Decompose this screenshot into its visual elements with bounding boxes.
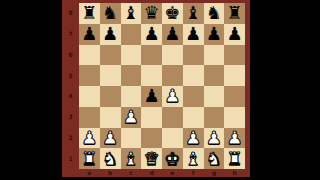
chess-diagram: 87654321 ♜♞♝♛♚♝♞♜♟♟♟♟♟♟♟♟♟♟♟♟♟♟♟♜♞♝♛♚♝♞♜… bbox=[0, 0, 320, 180]
square-b3[interactable] bbox=[100, 107, 121, 128]
piece-white-knight-g1[interactable]: ♞ bbox=[206, 150, 222, 168]
piece-black-pawn-a7[interactable]: ♟ bbox=[81, 25, 97, 43]
square-a6[interactable] bbox=[79, 45, 100, 66]
square-c8[interactable]: ♝ bbox=[121, 3, 142, 24]
square-a5[interactable] bbox=[79, 65, 100, 86]
square-d1[interactable]: ♛ bbox=[141, 148, 162, 169]
board-frame: 87654321 ♜♞♝♛♚♝♞♜♟♟♟♟♟♟♟♟♟♟♟♟♟♟♟♜♞♝♛♚♝♞♜… bbox=[62, 0, 250, 177]
square-a1[interactable]: ♜ bbox=[79, 148, 100, 169]
rank-label-3: 3 bbox=[62, 107, 79, 128]
square-c7[interactable] bbox=[121, 24, 142, 45]
square-g8[interactable]: ♞ bbox=[204, 3, 225, 24]
piece-black-pawn-b7[interactable]: ♟ bbox=[102, 25, 118, 43]
square-h3[interactable] bbox=[224, 107, 245, 128]
piece-black-knight-g8[interactable]: ♞ bbox=[206, 4, 222, 22]
piece-black-pawn-f7[interactable]: ♟ bbox=[185, 25, 201, 43]
piece-white-rook-a1[interactable]: ♜ bbox=[81, 150, 97, 168]
rank-label-1: 1 bbox=[62, 148, 79, 169]
piece-black-king-e8[interactable]: ♚ bbox=[164, 4, 180, 22]
piece-white-pawn-h2[interactable]: ♟ bbox=[227, 129, 243, 147]
square-c2[interactable] bbox=[121, 128, 142, 149]
chess-board: ♜♞♝♛♚♝♞♜♟♟♟♟♟♟♟♟♟♟♟♟♟♟♟♜♞♝♛♚♝♞♜ bbox=[79, 3, 245, 169]
square-a8[interactable]: ♜ bbox=[79, 3, 100, 24]
rank-label-8: 8 bbox=[62, 3, 79, 24]
square-h5[interactable] bbox=[224, 65, 245, 86]
file-label-f: f bbox=[183, 169, 204, 177]
square-a2[interactable]: ♟ bbox=[79, 128, 100, 149]
piece-black-pawn-h7[interactable]: ♟ bbox=[227, 25, 243, 43]
file-label-h: h bbox=[224, 169, 245, 177]
square-c6[interactable] bbox=[121, 45, 142, 66]
square-a7[interactable]: ♟ bbox=[79, 24, 100, 45]
square-f8[interactable]: ♝ bbox=[183, 3, 204, 24]
rank-label-2: 2 bbox=[62, 128, 79, 149]
square-h4[interactable] bbox=[224, 86, 245, 107]
square-h2[interactable]: ♟ bbox=[224, 128, 245, 149]
file-label-g: g bbox=[204, 169, 225, 177]
square-h1[interactable]: ♜ bbox=[224, 148, 245, 169]
square-e1[interactable]: ♚ bbox=[162, 148, 183, 169]
square-f4[interactable] bbox=[183, 86, 204, 107]
piece-white-pawn-e4[interactable]: ♟ bbox=[164, 87, 180, 105]
square-h6[interactable] bbox=[224, 45, 245, 66]
square-c5[interactable] bbox=[121, 65, 142, 86]
piece-black-pawn-g7[interactable]: ♟ bbox=[206, 25, 222, 43]
square-b1[interactable]: ♞ bbox=[100, 148, 121, 169]
square-b2[interactable]: ♟ bbox=[100, 128, 121, 149]
square-d5[interactable] bbox=[141, 65, 162, 86]
piece-white-pawn-a2[interactable]: ♟ bbox=[81, 129, 97, 147]
piece-black-knight-b8[interactable]: ♞ bbox=[102, 4, 118, 22]
square-d7[interactable]: ♟ bbox=[141, 24, 162, 45]
piece-white-bishop-f1[interactable]: ♝ bbox=[185, 150, 201, 168]
piece-white-king-e1[interactable]: ♚ bbox=[164, 150, 180, 168]
rank-label-7: 7 bbox=[62, 24, 79, 45]
square-f2[interactable]: ♟ bbox=[183, 128, 204, 149]
square-b5[interactable] bbox=[100, 65, 121, 86]
piece-white-queen-d1[interactable]: ♛ bbox=[144, 150, 160, 168]
square-f7[interactable]: ♟ bbox=[183, 24, 204, 45]
square-h8[interactable]: ♜ bbox=[224, 3, 245, 24]
piece-white-bishop-c1[interactable]: ♝ bbox=[123, 150, 139, 168]
piece-white-rook-h1[interactable]: ♜ bbox=[227, 150, 243, 168]
square-f6[interactable] bbox=[183, 45, 204, 66]
rank-coordinates: 87654321 bbox=[62, 3, 79, 169]
file-label-b: b bbox=[100, 169, 121, 177]
square-e2[interactable] bbox=[162, 128, 183, 149]
square-d2[interactable] bbox=[141, 128, 162, 149]
square-g6[interactable] bbox=[204, 45, 225, 66]
square-e3[interactable] bbox=[162, 107, 183, 128]
piece-black-queen-d8[interactable]: ♛ bbox=[144, 4, 160, 22]
square-e8[interactable]: ♚ bbox=[162, 3, 183, 24]
square-b8[interactable]: ♞ bbox=[100, 3, 121, 24]
square-f5[interactable] bbox=[183, 65, 204, 86]
file-label-d: d bbox=[141, 169, 162, 177]
square-c4[interactable] bbox=[121, 86, 142, 107]
square-h7[interactable]: ♟ bbox=[224, 24, 245, 45]
file-coordinates: abcdefgh bbox=[79, 169, 245, 177]
piece-black-rook-h8[interactable]: ♜ bbox=[227, 4, 243, 22]
piece-black-bishop-f8[interactable]: ♝ bbox=[185, 4, 201, 22]
file-label-e: e bbox=[162, 169, 183, 177]
square-g2[interactable]: ♟ bbox=[204, 128, 225, 149]
square-b7[interactable]: ♟ bbox=[100, 24, 121, 45]
piece-white-pawn-b2[interactable]: ♟ bbox=[102, 129, 118, 147]
square-g1[interactable]: ♞ bbox=[204, 148, 225, 169]
rank-label-5: 5 bbox=[62, 65, 79, 86]
square-e7[interactable]: ♟ bbox=[162, 24, 183, 45]
piece-black-pawn-e7[interactable]: ♟ bbox=[164, 25, 180, 43]
piece-black-bishop-c8[interactable]: ♝ bbox=[123, 4, 139, 22]
square-f3[interactable] bbox=[183, 107, 204, 128]
square-e5[interactable] bbox=[162, 65, 183, 86]
rank-label-4: 4 bbox=[62, 86, 79, 107]
square-c3[interactable]: ♟ bbox=[121, 107, 142, 128]
piece-white-knight-b1[interactable]: ♞ bbox=[102, 150, 118, 168]
square-g7[interactable]: ♟ bbox=[204, 24, 225, 45]
square-d4[interactable]: ♟ bbox=[141, 86, 162, 107]
square-e6[interactable] bbox=[162, 45, 183, 66]
square-b4[interactable] bbox=[100, 86, 121, 107]
square-a4[interactable] bbox=[79, 86, 100, 107]
square-c1[interactable]: ♝ bbox=[121, 148, 142, 169]
square-g4[interactable] bbox=[204, 86, 225, 107]
square-e4[interactable]: ♟ bbox=[162, 86, 183, 107]
square-d3[interactable] bbox=[141, 107, 162, 128]
square-d8[interactable]: ♛ bbox=[141, 3, 162, 24]
piece-black-pawn-d4[interactable]: ♟ bbox=[144, 87, 160, 105]
piece-black-pawn-d7[interactable]: ♟ bbox=[144, 25, 160, 43]
square-g3[interactable] bbox=[204, 107, 225, 128]
piece-white-pawn-f2[interactable]: ♟ bbox=[185, 129, 201, 147]
square-d6[interactable] bbox=[141, 45, 162, 66]
piece-white-pawn-c3[interactable]: ♟ bbox=[123, 108, 139, 126]
square-b6[interactable] bbox=[100, 45, 121, 66]
rank-label-6: 6 bbox=[62, 45, 79, 66]
square-a3[interactable] bbox=[79, 107, 100, 128]
file-label-a: a bbox=[79, 169, 100, 177]
piece-white-pawn-g2[interactable]: ♟ bbox=[206, 129, 222, 147]
piece-black-rook-a8[interactable]: ♜ bbox=[81, 4, 97, 22]
square-g5[interactable] bbox=[204, 65, 225, 86]
square-f1[interactable]: ♝ bbox=[183, 148, 204, 169]
file-label-c: c bbox=[121, 169, 142, 177]
